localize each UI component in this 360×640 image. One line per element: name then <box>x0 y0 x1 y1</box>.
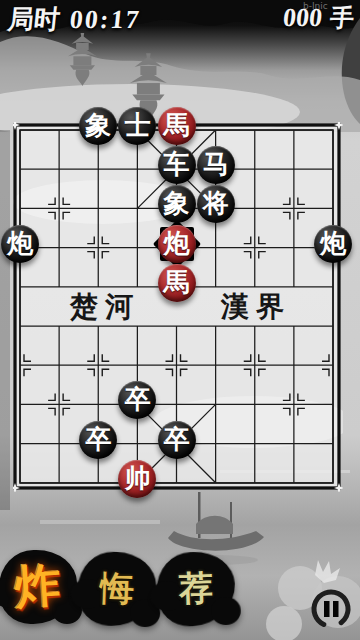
black-general[interactable]: 将 <box>197 185 235 223</box>
black-horse[interactable]: 马 <box>197 146 235 184</box>
game-clock: 局时00:17 <box>6 2 142 37</box>
black-elephant[interactable]: 象 <box>158 185 196 223</box>
undo-button-label: 悔 <box>77 551 158 628</box>
black-soldier[interactable]: 卒 <box>79 421 117 459</box>
red-general[interactable]: 帅 <box>118 460 156 498</box>
xiangqi-board[interactable]: 楚河 漢界 象士馬车马象将炮炮炮馬卒卒卒帅 <box>13 122 343 492</box>
undo-button[interactable]: 悔 <box>77 551 158 628</box>
black-elephant[interactable]: 象 <box>79 107 117 145</box>
pause-button[interactable] <box>308 586 354 632</box>
pieces-layer: 象士馬车马象将炮炮炮馬卒卒卒帅 <box>13 122 343 492</box>
hint-button[interactable]: 荐 <box>156 551 237 628</box>
game-screen: 局时00:17 000手 b-Inic 楚河 漢界 象士馬车马象将炮炮炮馬卒卒卒… <box>0 0 360 640</box>
bottom-controls: 炸 悔 荐 <box>0 546 360 640</box>
red-cannon[interactable]: 炮 <box>158 225 196 263</box>
black-advisor[interactable]: 士 <box>118 107 156 145</box>
black-cannon[interactable]: 炮 <box>1 225 39 263</box>
bomb-button-label: 炸 <box>0 547 79 626</box>
black-soldier[interactable]: 卒 <box>118 381 156 419</box>
red-horse[interactable]: 馬 <box>158 107 196 145</box>
watermark: b-Inic <box>303 1 328 11</box>
hint-button-label: 荐 <box>156 551 237 628</box>
black-soldier[interactable]: 卒 <box>158 421 196 459</box>
black-cannon[interactable]: 炮 <box>314 225 352 263</box>
red-horse[interactable]: 馬 <box>158 264 196 302</box>
black-chariot[interactable]: 车 <box>158 146 196 184</box>
clock-label: 局时 <box>6 5 61 34</box>
move-count-unit: 手 <box>329 5 356 31</box>
clock-value: 00:17 <box>68 5 142 34</box>
pause-icon <box>308 586 354 632</box>
bomb-button[interactable]: 炸 <box>0 550 77 624</box>
